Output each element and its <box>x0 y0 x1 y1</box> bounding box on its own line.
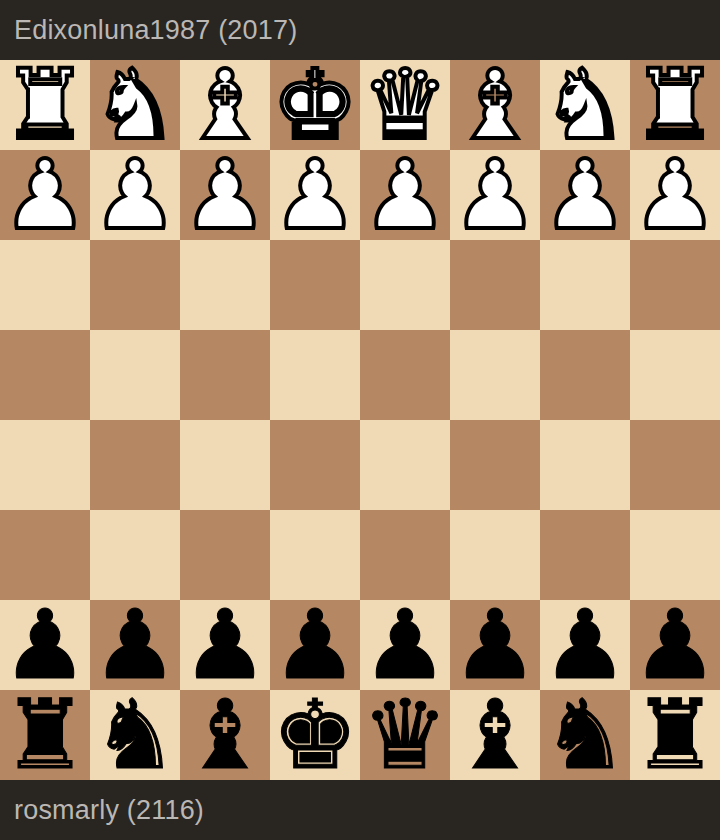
square-c7[interactable]: ♟ <box>450 600 540 690</box>
chess-board[interactable]: ♜♞♝♚♛♝♞♜♟♟♟♟♟♟♟♟♟♟♟♟♟♟♟♟♜♞♝♚♛♝♞♜ <box>0 60 720 780</box>
square-e5[interactable] <box>270 420 360 510</box>
piece-white-pawn[interactable]: ♟ <box>182 154 268 236</box>
square-f8[interactable]: ♝ <box>180 690 270 780</box>
square-g3[interactable] <box>90 240 180 330</box>
square-a4[interactable] <box>630 330 720 420</box>
piece-white-pawn[interactable]: ♟ <box>362 154 448 236</box>
square-e2[interactable]: ♟ <box>270 150 360 240</box>
square-c5[interactable] <box>450 420 540 510</box>
square-h1[interactable]: ♜ <box>0 60 90 150</box>
piece-white-knight[interactable]: ♞ <box>542 64 628 146</box>
square-d7[interactable]: ♟ <box>360 600 450 690</box>
piece-black-rook[interactable]: ♜ <box>2 694 88 776</box>
square-b4[interactable] <box>540 330 630 420</box>
square-h4[interactable] <box>0 330 90 420</box>
piece-black-pawn[interactable]: ♟ <box>452 604 538 686</box>
piece-black-bishop[interactable]: ♝ <box>182 694 268 776</box>
piece-black-pawn[interactable]: ♟ <box>2 604 88 686</box>
square-e6[interactable] <box>270 510 360 600</box>
square-e7[interactable]: ♟ <box>270 600 360 690</box>
piece-white-pawn[interactable]: ♟ <box>632 154 718 236</box>
square-h6[interactable] <box>0 510 90 600</box>
square-d5[interactable] <box>360 420 450 510</box>
piece-white-rook[interactable]: ♜ <box>2 64 88 146</box>
player-name-bottom: rosmarly (2116) <box>14 795 204 826</box>
piece-black-pawn[interactable]: ♟ <box>542 604 628 686</box>
square-b5[interactable] <box>540 420 630 510</box>
square-a3[interactable] <box>630 240 720 330</box>
square-g7[interactable]: ♟ <box>90 600 180 690</box>
piece-white-pawn[interactable]: ♟ <box>92 154 178 236</box>
square-c8[interactable]: ♝ <box>450 690 540 780</box>
piece-white-rook[interactable]: ♜ <box>632 64 718 146</box>
piece-black-pawn[interactable]: ♟ <box>362 604 448 686</box>
square-g8[interactable]: ♞ <box>90 690 180 780</box>
square-f1[interactable]: ♝ <box>180 60 270 150</box>
square-b1[interactable]: ♞ <box>540 60 630 150</box>
square-h2[interactable]: ♟ <box>0 150 90 240</box>
square-a2[interactable]: ♟ <box>630 150 720 240</box>
piece-black-pawn[interactable]: ♟ <box>272 604 358 686</box>
player-name-top: Edixonluna1987 (2017) <box>14 15 297 46</box>
square-g1[interactable]: ♞ <box>90 60 180 150</box>
square-h5[interactable] <box>0 420 90 510</box>
square-d4[interactable] <box>360 330 450 420</box>
square-f3[interactable] <box>180 240 270 330</box>
piece-white-pawn[interactable]: ♟ <box>542 154 628 236</box>
square-a1[interactable]: ♜ <box>630 60 720 150</box>
square-b7[interactable]: ♟ <box>540 600 630 690</box>
square-g4[interactable] <box>90 330 180 420</box>
square-d8[interactable]: ♛ <box>360 690 450 780</box>
square-g5[interactable] <box>90 420 180 510</box>
piece-white-pawn[interactable]: ♟ <box>272 154 358 236</box>
square-b2[interactable]: ♟ <box>540 150 630 240</box>
piece-black-knight[interactable]: ♞ <box>542 694 628 776</box>
square-d1[interactable]: ♛ <box>360 60 450 150</box>
square-e8[interactable]: ♚ <box>270 690 360 780</box>
square-a6[interactable] <box>630 510 720 600</box>
piece-white-bishop[interactable]: ♝ <box>452 64 538 146</box>
square-g6[interactable] <box>90 510 180 600</box>
square-a8[interactable]: ♜ <box>630 690 720 780</box>
square-b3[interactable] <box>540 240 630 330</box>
piece-white-bishop[interactable]: ♝ <box>182 64 268 146</box>
piece-black-rook[interactable]: ♜ <box>632 694 718 776</box>
square-h7[interactable]: ♟ <box>0 600 90 690</box>
square-e3[interactable] <box>270 240 360 330</box>
piece-black-pawn[interactable]: ♟ <box>92 604 178 686</box>
piece-white-pawn[interactable]: ♟ <box>452 154 538 236</box>
square-e4[interactable] <box>270 330 360 420</box>
square-e1[interactable]: ♚ <box>270 60 360 150</box>
square-h3[interactable] <box>0 240 90 330</box>
square-b8[interactable]: ♞ <box>540 690 630 780</box>
square-c4[interactable] <box>450 330 540 420</box>
square-c6[interactable] <box>450 510 540 600</box>
piece-black-bishop[interactable]: ♝ <box>452 694 538 776</box>
piece-black-king[interactable]: ♚ <box>272 694 358 776</box>
player-bar-bottom: rosmarly (2116) <box>0 780 720 840</box>
square-f4[interactable] <box>180 330 270 420</box>
square-f5[interactable] <box>180 420 270 510</box>
piece-black-pawn[interactable]: ♟ <box>632 604 718 686</box>
piece-white-knight[interactable]: ♞ <box>92 64 178 146</box>
piece-white-queen[interactable]: ♛ <box>362 64 448 146</box>
square-d2[interactable]: ♟ <box>360 150 450 240</box>
square-a5[interactable] <box>630 420 720 510</box>
square-h8[interactable]: ♜ <box>0 690 90 780</box>
piece-black-pawn[interactable]: ♟ <box>182 604 268 686</box>
piece-black-queen[interactable]: ♛ <box>362 694 448 776</box>
square-f2[interactable]: ♟ <box>180 150 270 240</box>
square-c3[interactable] <box>450 240 540 330</box>
square-a7[interactable]: ♟ <box>630 600 720 690</box>
square-g2[interactable]: ♟ <box>90 150 180 240</box>
square-f7[interactable]: ♟ <box>180 600 270 690</box>
square-d3[interactable] <box>360 240 450 330</box>
chess-game-screen: Edixonluna1987 (2017) ♜♞♝♚♛♝♞♜♟♟♟♟♟♟♟♟♟♟… <box>0 0 720 840</box>
piece-white-king[interactable]: ♚ <box>272 64 358 146</box>
square-c1[interactable]: ♝ <box>450 60 540 150</box>
piece-black-knight[interactable]: ♞ <box>92 694 178 776</box>
square-f6[interactable] <box>180 510 270 600</box>
piece-white-pawn[interactable]: ♟ <box>2 154 88 236</box>
square-c2[interactable]: ♟ <box>450 150 540 240</box>
square-d6[interactable] <box>360 510 450 600</box>
square-b6[interactable] <box>540 510 630 600</box>
